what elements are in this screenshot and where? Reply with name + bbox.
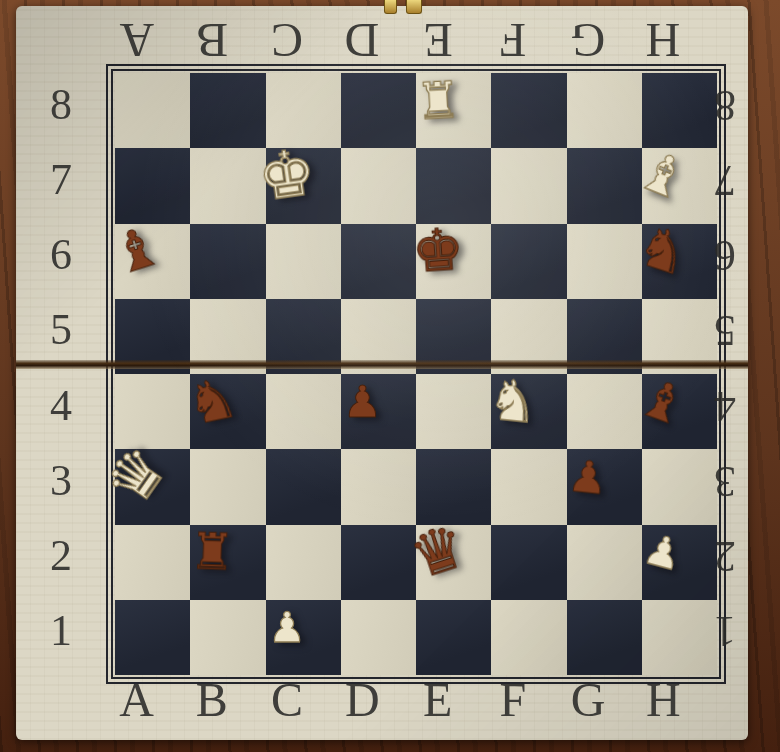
rank-label-left-7: 7 <box>50 158 72 202</box>
piece-black-pawn-g3[interactable]: ♟ <box>566 453 610 501</box>
file-label-top-d: D <box>345 16 380 64</box>
square-c5[interactable] <box>266 299 341 374</box>
square-d6[interactable] <box>341 224 416 299</box>
square-c3[interactable] <box>266 449 341 524</box>
rank-label-left-3: 3 <box>50 459 72 503</box>
square-b5[interactable] <box>190 299 265 374</box>
rank-label-left-6: 6 <box>50 233 72 277</box>
file-label-top-f: F <box>500 16 527 64</box>
file-label-top-b: B <box>196 16 228 64</box>
square-g5[interactable] <box>567 299 642 374</box>
square-d8[interactable] <box>341 73 416 148</box>
file-label-top-e: E <box>423 16 452 64</box>
file-label-top-a: A <box>119 16 154 64</box>
square-b7[interactable] <box>190 148 265 223</box>
piece-black-king-e6[interactable]: ♚ <box>410 220 466 281</box>
square-d5[interactable] <box>341 299 416 374</box>
rank-label-left-4: 4 <box>50 384 72 428</box>
piece-white-knight-f4[interactable]: ♞ <box>485 371 541 432</box>
square-c6[interactable] <box>266 224 341 299</box>
square-g2[interactable] <box>567 525 642 600</box>
piece-black-rook-b2[interactable]: ♜ <box>189 526 236 578</box>
square-b6[interactable] <box>190 224 265 299</box>
square-d7[interactable] <box>341 148 416 223</box>
square-e7[interactable] <box>416 148 491 223</box>
square-b3[interactable] <box>190 449 265 524</box>
square-g6[interactable] <box>567 224 642 299</box>
square-a1[interactable] <box>115 600 190 675</box>
square-d1[interactable] <box>341 600 416 675</box>
square-a8[interactable] <box>115 73 190 148</box>
square-e5[interactable] <box>416 299 491 374</box>
square-f5[interactable] <box>491 299 566 374</box>
file-label-top-c: C <box>271 16 303 64</box>
piece-black-pawn-d4[interactable]: ♟ <box>343 380 382 424</box>
square-g1[interactable] <box>567 600 642 675</box>
brass-hinge-right <box>406 0 422 14</box>
square-a2[interactable] <box>115 525 190 600</box>
square-a7[interactable] <box>115 148 190 223</box>
square-e4[interactable] <box>416 374 491 449</box>
square-c2[interactable] <box>266 525 341 600</box>
square-g4[interactable] <box>567 374 642 449</box>
rank-label-left-1: 1 <box>50 609 72 653</box>
file-label-top-h: H <box>646 16 681 64</box>
square-f3[interactable] <box>491 449 566 524</box>
square-f2[interactable] <box>491 525 566 600</box>
square-e1[interactable] <box>416 600 491 675</box>
piece-white-king-c7[interactable]: ♚ <box>254 139 320 210</box>
brass-hinge-left <box>384 0 397 14</box>
chess-board: ABCDEFGHABCDEFGH8765432187654321 ♜♚♝♝♚♞♞… <box>16 6 748 740</box>
piece-white-rook-e8[interactable]: ♜ <box>414 74 461 126</box>
square-f6[interactable] <box>491 224 566 299</box>
square-g8[interactable] <box>567 73 642 148</box>
square-f1[interactable] <box>491 600 566 675</box>
square-g7[interactable] <box>567 148 642 223</box>
square-f7[interactable] <box>491 148 566 223</box>
rank-label-left-8: 8 <box>50 83 72 127</box>
square-a5[interactable] <box>115 299 190 374</box>
square-c4[interactable] <box>266 374 341 449</box>
table-surface: ABCDEFGHABCDEFGH8765432187654321 ♜♚♝♝♚♞♞… <box>0 0 780 752</box>
square-b8[interactable] <box>190 73 265 148</box>
square-h5[interactable] <box>642 299 717 374</box>
square-h3[interactable] <box>642 449 717 524</box>
square-b1[interactable] <box>190 600 265 675</box>
square-f8[interactable] <box>491 73 566 148</box>
rank-label-left-5: 5 <box>50 308 72 352</box>
piece-white-pawn-c1[interactable]: ♟ <box>268 607 306 649</box>
square-d3[interactable] <box>341 449 416 524</box>
square-h1[interactable] <box>642 600 717 675</box>
rank-label-left-2: 2 <box>50 534 72 578</box>
file-label-top-g: G <box>571 16 606 64</box>
